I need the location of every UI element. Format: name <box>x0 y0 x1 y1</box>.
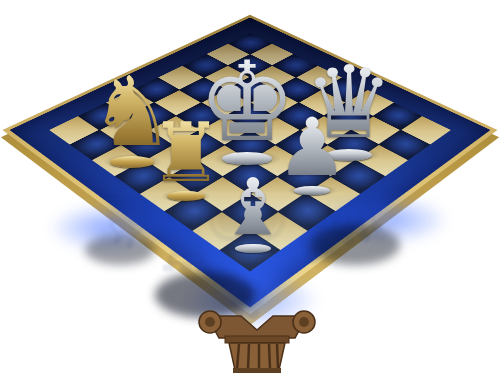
chess-set-photo: ♞♞♜♜♚♚♛♛♟♟♝♝ <box>0 0 500 377</box>
piece-gold-rook[interactable]: ♜ <box>149 112 223 194</box>
piece-silver-bishop[interactable]: ♝ <box>218 168 288 246</box>
piece-reflection: ♝ <box>218 250 288 328</box>
